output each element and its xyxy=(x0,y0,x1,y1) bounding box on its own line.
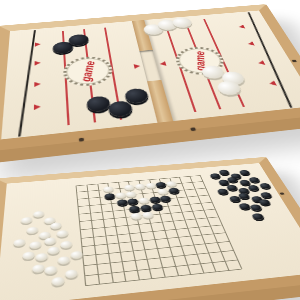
screw-icon xyxy=(291,60,296,63)
white-stone xyxy=(35,253,47,262)
white-stone xyxy=(52,276,65,286)
sling-board-frame: game game xyxy=(0,4,300,152)
product-photo: game game xyxy=(0,0,300,300)
white-stone xyxy=(157,188,169,194)
black-stone xyxy=(151,203,163,210)
white-stone xyxy=(60,240,72,248)
sling-playfield: game game xyxy=(1,11,300,140)
white-stone xyxy=(29,241,41,249)
grid-line xyxy=(76,185,87,285)
black-stone xyxy=(140,204,152,211)
gomoku-board xyxy=(0,157,300,300)
arrow-marker-icon xyxy=(257,60,265,65)
arrow-marker-icon xyxy=(34,42,40,47)
grid-line xyxy=(86,184,100,284)
gomoku-grid xyxy=(76,175,241,285)
logo-text: game xyxy=(78,61,98,82)
black-stone xyxy=(259,183,272,189)
sling-puck-board: game game xyxy=(0,4,300,152)
white-stone xyxy=(166,181,178,187)
black-stone xyxy=(249,204,262,211)
white-stone xyxy=(124,185,135,191)
white-stone xyxy=(115,192,126,198)
logo-badge-left: game xyxy=(63,55,115,88)
arrow-marker-icon xyxy=(34,61,40,66)
white-stone xyxy=(138,197,150,204)
screw-icon xyxy=(190,127,196,131)
white-stone xyxy=(33,210,44,217)
white-stone xyxy=(142,212,154,219)
arrow-marker-icon xyxy=(269,81,278,87)
black-puck xyxy=(86,95,111,112)
white-stone xyxy=(14,238,26,246)
gomoku-board-frame xyxy=(0,157,300,300)
screw-icon xyxy=(279,192,284,194)
white-stone xyxy=(27,227,38,235)
slot-arrow-icon xyxy=(134,64,141,69)
white-stone xyxy=(135,184,146,190)
white-stone xyxy=(65,269,78,278)
white-stone xyxy=(126,191,137,197)
black-stone xyxy=(129,205,141,212)
black-stone xyxy=(168,188,180,194)
black-stone xyxy=(127,198,139,205)
white-stone xyxy=(32,264,44,273)
gomoku-playfield xyxy=(0,163,300,300)
black-puck xyxy=(108,100,134,117)
white-stone xyxy=(131,213,143,220)
white-stone xyxy=(57,230,69,238)
arrow-marker-icon xyxy=(33,104,40,110)
white-stone xyxy=(21,217,32,224)
grid-line xyxy=(138,180,165,277)
white-stone xyxy=(45,265,58,274)
white-stone xyxy=(50,222,61,230)
black-stone xyxy=(251,213,265,220)
arrow-marker-icon xyxy=(247,42,255,47)
white-stone xyxy=(103,186,114,192)
black-stone xyxy=(104,193,115,199)
arrow-marker-icon xyxy=(238,25,245,29)
black-stone xyxy=(238,203,251,210)
white-stone xyxy=(145,183,156,189)
white-stone xyxy=(70,251,83,260)
black-stone xyxy=(160,195,172,202)
elastic-band-right xyxy=(248,12,293,107)
puck-slot xyxy=(139,50,161,81)
white-stone xyxy=(23,251,35,260)
white-stone xyxy=(45,237,57,245)
slot-arrow-icon xyxy=(159,61,166,66)
black-stone xyxy=(149,196,161,203)
arrow-marker-icon xyxy=(34,81,40,87)
black-stone xyxy=(116,199,128,206)
white-stone xyxy=(48,246,60,254)
white-stone xyxy=(58,256,70,265)
